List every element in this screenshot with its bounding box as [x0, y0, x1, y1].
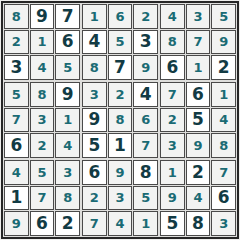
cell-r1c4[interactable]: 1	[82, 4, 107, 29]
cell-r7c7[interactable]: 1	[160, 160, 185, 185]
cell-r5c5[interactable]: 8	[108, 108, 133, 133]
cell-r6c4[interactable]: 5	[82, 133, 107, 158]
cell-r6c8[interactable]: 9	[186, 133, 211, 158]
cell-r9c3[interactable]: 2	[55, 211, 80, 236]
cell-r8c6[interactable]: 5	[133, 186, 158, 211]
cell-r4c2[interactable]: 8	[30, 82, 55, 107]
cell-r6c3[interactable]: 4	[55, 133, 80, 158]
cell-r4c1[interactable]: 5	[4, 82, 29, 107]
cell-r3c1[interactable]: 3	[4, 55, 29, 80]
cell-r9c8[interactable]: 8	[186, 211, 211, 236]
cell-r3c7[interactable]: 6	[160, 55, 185, 80]
cell-r5c8[interactable]: 5	[186, 108, 211, 133]
cell-r3c9[interactable]: 2	[211, 55, 236, 80]
cell-r9c4[interactable]: 7	[82, 211, 107, 236]
cell-r2c7[interactable]: 8	[160, 30, 185, 55]
sudoku-board: 897216345 162453879 435879612 589731624 …	[1, 1, 239, 239]
cell-r4c4[interactable]: 3	[82, 82, 107, 107]
cell-r3c8[interactable]: 1	[186, 55, 211, 80]
cell-r1c3[interactable]: 7	[55, 4, 80, 29]
cell-r3c3[interactable]: 5	[55, 55, 80, 80]
sudoku-box-5: 761254398	[160, 82, 236, 158]
sudoku-box-4: 324986517	[82, 82, 158, 158]
cell-r1c6[interactable]: 2	[133, 4, 158, 29]
cell-r7c6[interactable]: 8	[133, 160, 158, 185]
cell-r3c6[interactable]: 9	[133, 55, 158, 80]
cell-r9c7[interactable]: 5	[160, 211, 185, 236]
sudoku-box-6: 453178962	[4, 160, 80, 236]
cell-r2c8[interactable]: 7	[186, 30, 211, 55]
cell-r7c8[interactable]: 2	[186, 160, 211, 185]
cell-r8c9[interactable]: 6	[211, 186, 236, 211]
cell-r5c1[interactable]: 7	[4, 108, 29, 133]
sudoku-box-3: 589731624	[4, 82, 80, 158]
cell-r2c2[interactable]: 1	[30, 30, 55, 55]
cell-r2c4[interactable]: 4	[82, 30, 107, 55]
cell-r6c7[interactable]: 3	[160, 133, 185, 158]
cell-r8c5[interactable]: 3	[108, 186, 133, 211]
cell-r2c1[interactable]: 2	[4, 30, 29, 55]
cell-r3c5[interactable]: 7	[108, 55, 133, 80]
cell-r5c4[interactable]: 9	[82, 108, 107, 133]
cell-r4c7[interactable]: 7	[160, 82, 185, 107]
cell-r1c1[interactable]: 8	[4, 4, 29, 29]
sudoku-box-0: 897216345	[4, 4, 80, 80]
sudoku-box-7: 698235741	[82, 160, 158, 236]
cell-r2c3[interactable]: 6	[55, 30, 80, 55]
cell-r9c6[interactable]: 1	[133, 211, 158, 236]
cell-r6c5[interactable]: 1	[108, 133, 133, 158]
cell-r5c6[interactable]: 6	[133, 108, 158, 133]
sudoku-box-8: 127946583	[160, 160, 236, 236]
cell-r4c5[interactable]: 2	[108, 82, 133, 107]
cell-r4c3[interactable]: 9	[55, 82, 80, 107]
sudoku-box-2: 435879612	[160, 4, 236, 80]
cell-r9c2[interactable]: 6	[30, 211, 55, 236]
cell-r2c5[interactable]: 5	[108, 30, 133, 55]
cell-r1c5[interactable]: 6	[108, 4, 133, 29]
cell-r4c8[interactable]: 6	[186, 82, 211, 107]
cell-r5c9[interactable]: 4	[211, 108, 236, 133]
cell-r1c9[interactable]: 5	[211, 4, 236, 29]
cell-r5c2[interactable]: 3	[30, 108, 55, 133]
cell-r7c4[interactable]: 6	[82, 160, 107, 185]
cell-r8c2[interactable]: 7	[30, 186, 55, 211]
cell-r7c1[interactable]: 4	[4, 160, 29, 185]
cell-r1c2[interactable]: 9	[30, 4, 55, 29]
cell-r8c7[interactable]: 9	[160, 186, 185, 211]
cell-r7c5[interactable]: 9	[108, 160, 133, 185]
cell-r5c3[interactable]: 1	[55, 108, 80, 133]
cell-r2c6[interactable]: 3	[133, 30, 158, 55]
cell-r4c6[interactable]: 4	[133, 82, 158, 107]
cell-r6c9[interactable]: 8	[211, 133, 236, 158]
cell-r6c2[interactable]: 2	[30, 133, 55, 158]
cell-r9c1[interactable]: 9	[4, 211, 29, 236]
cell-r7c2[interactable]: 5	[30, 160, 55, 185]
cell-r7c3[interactable]: 3	[55, 160, 80, 185]
cell-r4c9[interactable]: 1	[211, 82, 236, 107]
cell-r9c9[interactable]: 3	[211, 211, 236, 236]
cell-r8c1[interactable]: 1	[4, 186, 29, 211]
cell-r8c8[interactable]: 4	[186, 186, 211, 211]
sudoku-box-1: 162453879	[82, 4, 158, 80]
cell-r6c6[interactable]: 7	[133, 133, 158, 158]
cell-r3c2[interactable]: 4	[30, 55, 55, 80]
cell-r9c5[interactable]: 4	[108, 211, 133, 236]
cell-r2c9[interactable]: 9	[211, 30, 236, 55]
cell-r6c1[interactable]: 6	[4, 133, 29, 158]
cell-r8c4[interactable]: 2	[82, 186, 107, 211]
cell-r5c7[interactable]: 2	[160, 108, 185, 133]
cell-r1c7[interactable]: 4	[160, 4, 185, 29]
cell-r8c3[interactable]: 8	[55, 186, 80, 211]
cell-r3c4[interactable]: 8	[82, 55, 107, 80]
cell-r7c9[interactable]: 7	[211, 160, 236, 185]
cell-r1c8[interactable]: 3	[186, 4, 211, 29]
